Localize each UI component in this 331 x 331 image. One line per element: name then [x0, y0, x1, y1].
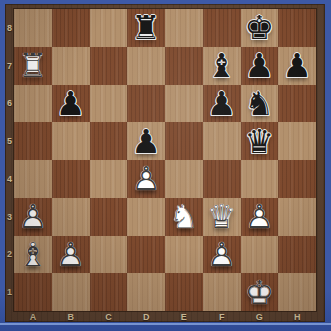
- piece-white-pawn[interactable]: ♟♙: [241, 198, 279, 236]
- white-rook-outline: ♖: [14, 47, 52, 85]
- piece-black-pawn[interactable]: ♟: [52, 85, 90, 123]
- square-c8[interactable]: [90, 9, 128, 47]
- square-d6[interactable]: [127, 85, 165, 123]
- white-queen-outline: ♕: [203, 198, 241, 236]
- file-label-f: F: [203, 311, 241, 322]
- square-c2[interactable]: [90, 236, 128, 274]
- square-d4[interactable]: ♟♙: [127, 160, 165, 198]
- square-f1[interactable]: [203, 273, 241, 311]
- square-g2[interactable]: [241, 236, 279, 274]
- piece-white-knight[interactable]: ♞♘: [165, 198, 203, 236]
- piece-black-pawn[interactable]: ♟: [278, 47, 316, 85]
- square-c3[interactable]: [90, 198, 128, 236]
- square-g5[interactable]: ♛: [241, 122, 279, 160]
- white-pawn-outline: ♙: [203, 236, 241, 274]
- square-f6[interactable]: ♟: [203, 85, 241, 123]
- piece-black-pawn[interactable]: ♟: [127, 122, 165, 160]
- piece-white-bishop[interactable]: ♝♗: [14, 236, 52, 274]
- rank-label-2: 2: [5, 236, 14, 274]
- square-g7[interactable]: ♟: [241, 47, 279, 85]
- square-d1[interactable]: [127, 273, 165, 311]
- square-c5[interactable]: [90, 122, 128, 160]
- square-h5[interactable]: [278, 122, 316, 160]
- rank-label-6: 6: [5, 85, 14, 123]
- white-pawn-outline: ♙: [52, 236, 90, 274]
- square-f5[interactable]: [203, 122, 241, 160]
- square-h6[interactable]: [278, 85, 316, 123]
- white-pawn-outline: ♙: [127, 160, 165, 198]
- file-label-g: G: [241, 311, 279, 322]
- square-a4[interactable]: [14, 160, 52, 198]
- file-label-d: D: [127, 311, 165, 322]
- white-knight-outline: ♘: [165, 198, 203, 236]
- square-g6[interactable]: ♞: [241, 85, 279, 123]
- rank-label-1: 1: [5, 273, 14, 311]
- square-c4[interactable]: [90, 160, 128, 198]
- square-h7[interactable]: ♟: [278, 47, 316, 85]
- file-label-b: B: [52, 311, 90, 322]
- square-e1[interactable]: [165, 273, 203, 311]
- board-frame: 87654321 ♜♚♜♖♝♟♟♟♟♞♟♛♟♙♟♙♞♘♛♕♟♙♝♗♟♙♟♙♚♔ …: [5, 4, 325, 322]
- piece-white-pawn[interactable]: ♟♙: [52, 236, 90, 274]
- piece-black-pawn[interactable]: ♟: [241, 47, 279, 85]
- file-label-a: A: [14, 311, 52, 322]
- square-a6[interactable]: [14, 85, 52, 123]
- square-a7[interactable]: ♜♖: [14, 47, 52, 85]
- rank-labels: 87654321: [5, 9, 14, 311]
- square-a5[interactable]: [14, 122, 52, 160]
- file-label-c: C: [90, 311, 128, 322]
- piece-black-knight[interactable]: ♞: [241, 85, 279, 123]
- square-d8[interactable]: ♜: [127, 9, 165, 47]
- chess-app-window: 87654321 ♜♚♜♖♝♟♟♟♟♞♟♛♟♙♟♙♞♘♛♕♟♙♝♗♟♙♟♙♚♔ …: [0, 0, 331, 331]
- square-c7[interactable]: [90, 47, 128, 85]
- rank-label-7: 7: [5, 47, 14, 85]
- piece-white-rook[interactable]: ♜♖: [14, 47, 52, 85]
- piece-black-pawn[interactable]: ♟: [203, 85, 241, 123]
- square-d2[interactable]: [127, 236, 165, 274]
- square-a2[interactable]: ♝♗: [14, 236, 52, 274]
- piece-black-rook[interactable]: ♜: [127, 9, 165, 47]
- square-f8[interactable]: [203, 9, 241, 47]
- white-king-outline: ♔: [241, 273, 279, 311]
- piece-black-bishop[interactable]: ♝: [203, 47, 241, 85]
- file-label-h: H: [278, 311, 316, 322]
- square-a3[interactable]: ♟♙: [14, 198, 52, 236]
- square-e2[interactable]: [165, 236, 203, 274]
- rank-label-3: 3: [5, 198, 14, 236]
- piece-black-queen[interactable]: ♛: [241, 122, 279, 160]
- white-pawn-outline: ♙: [14, 198, 52, 236]
- piece-black-king[interactable]: ♚: [241, 9, 279, 47]
- rank-label-5: 5: [5, 122, 14, 160]
- rank-label-4: 4: [5, 160, 14, 198]
- piece-white-queen[interactable]: ♛♕: [203, 198, 241, 236]
- rank-label-8: 8: [5, 9, 14, 47]
- white-bishop-outline: ♗: [14, 236, 52, 274]
- square-h4[interactable]: [278, 160, 316, 198]
- square-e3[interactable]: ♞♘: [165, 198, 203, 236]
- white-pawn-outline: ♙: [241, 198, 279, 236]
- square-c1[interactable]: [90, 273, 128, 311]
- square-h3[interactable]: [278, 198, 316, 236]
- square-f4[interactable]: [203, 160, 241, 198]
- square-d5[interactable]: ♟: [127, 122, 165, 160]
- square-b1[interactable]: [52, 273, 90, 311]
- piece-white-pawn[interactable]: ♟♙: [14, 198, 52, 236]
- square-g8[interactable]: ♚: [241, 9, 279, 47]
- square-e5[interactable]: [165, 122, 203, 160]
- square-e8[interactable]: [165, 9, 203, 47]
- chess-board[interactable]: ♜♚♜♖♝♟♟♟♟♞♟♛♟♙♟♙♞♘♛♕♟♙♝♗♟♙♟♙♚♔: [14, 9, 316, 311]
- square-h1[interactable]: [278, 273, 316, 311]
- square-e6[interactable]: [165, 85, 203, 123]
- square-h8[interactable]: [278, 9, 316, 47]
- square-b2[interactable]: ♟♙: [52, 236, 90, 274]
- square-c6[interactable]: [90, 85, 128, 123]
- square-e7[interactable]: [165, 47, 203, 85]
- square-h2[interactable]: [278, 236, 316, 274]
- square-b3[interactable]: [52, 198, 90, 236]
- square-d7[interactable]: [127, 47, 165, 85]
- square-b6[interactable]: ♟: [52, 85, 90, 123]
- square-f2[interactable]: ♟♙: [203, 236, 241, 274]
- piece-white-king[interactable]: ♚♔: [241, 273, 279, 311]
- square-g1[interactable]: ♚♔: [241, 273, 279, 311]
- file-labels: ABCDEFGH: [14, 311, 316, 322]
- square-f7[interactable]: ♝: [203, 47, 241, 85]
- square-b7[interactable]: [52, 47, 90, 85]
- square-a8[interactable]: [14, 9, 52, 47]
- piece-white-pawn[interactable]: ♟♙: [127, 160, 165, 198]
- square-g4[interactable]: [241, 160, 279, 198]
- square-f3[interactable]: ♛♕: [203, 198, 241, 236]
- piece-white-pawn[interactable]: ♟♙: [203, 236, 241, 274]
- square-b5[interactable]: [52, 122, 90, 160]
- square-e4[interactable]: [165, 160, 203, 198]
- square-b4[interactable]: [52, 160, 90, 198]
- square-a1[interactable]: [14, 273, 52, 311]
- square-g3[interactable]: ♟♙: [241, 198, 279, 236]
- file-label-e: E: [165, 311, 203, 322]
- square-b8[interactable]: [52, 9, 90, 47]
- square-d3[interactable]: [127, 198, 165, 236]
